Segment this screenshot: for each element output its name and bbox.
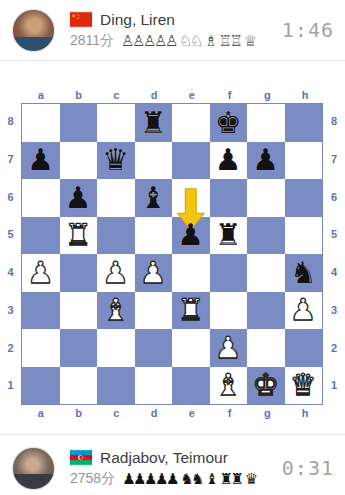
square-c8[interactable] [97,104,135,142]
white-pawn-c4[interactable]: ♟ [97,254,135,292]
square-h2[interactable] [285,329,323,367]
square-b7[interactable] [60,142,98,180]
black-pawn-b6[interactable]: ♟ [60,179,98,217]
square-c7[interactable]: ♛ [97,142,135,180]
rank-label-1: 1 [0,367,21,405]
square-e3[interactable]: ♜ [172,292,210,330]
white-pawn-a4[interactable]: ♟ [22,254,60,292]
square-g4[interactable] [247,254,285,292]
file-label-h: h [286,405,324,421]
square-e8[interactable] [172,104,210,142]
rank-label-1: 1 [323,367,345,405]
black-rook-f5[interactable]: ♜ [210,217,248,255]
white-queen-h1[interactable]: ♛ [285,367,323,405]
player-panel-bottom: Radjabov, Teimour 2758分 ♟♟♟♟♟ ♞♞ ♝ ♜♜ ♛ … [0,435,345,495]
square-b6[interactable]: ♟ [60,179,98,217]
black-bishop-d6[interactable]: ♝ [135,179,173,217]
rank-label-3: 3 [323,292,345,330]
player-info-top: Ding, Liren 2811分 ♙♙♙♙♙ ♘♘ ♗ ♖♖ ♕ [70,11,282,50]
square-b2[interactable] [60,329,98,367]
white-bishop-c3[interactable]: ♝ [97,292,135,330]
clock-top: 1:46 [282,18,334,42]
square-f5[interactable]: ♜ [210,217,248,255]
square-b8[interactable] [60,104,98,142]
square-f1[interactable]: ♝ [210,367,248,405]
square-d5[interactable] [135,217,173,255]
china-flag-icon [70,12,92,27]
square-f6[interactable] [210,179,248,217]
player-rating-top: 2811分 [70,32,114,50]
square-g8[interactable] [247,104,285,142]
square-h1[interactable]: ♛ [285,367,323,405]
azerbaijan-flag-icon [70,450,92,465]
square-e1[interactable] [172,367,210,405]
square-d1[interactable] [135,367,173,405]
square-f2[interactable]: ♟ [210,329,248,367]
player-info-bottom: Radjabov, Teimour 2758分 ♟♟♟♟♟ ♞♞ ♝ ♜♜ ♛ [70,449,282,488]
square-c3[interactable]: ♝ [97,292,135,330]
square-f8[interactable]: ♚ [210,104,248,142]
square-b1[interactable] [60,367,98,405]
black-queen-c7[interactable]: ♛ [97,142,135,180]
clock-bottom: 0:31 [282,456,334,480]
square-h4[interactable]: ♞ [285,254,323,292]
rank-label-3: 3 [0,292,21,330]
square-a5[interactable] [22,217,60,255]
square-c6[interactable] [97,179,135,217]
rank-label-2: 2 [0,330,21,368]
rank-label-4: 4 [323,254,345,292]
black-knight-h4[interactable]: ♞ [285,254,323,292]
file-label-d: d [135,87,173,103]
square-e6[interactable] [172,179,210,217]
square-e7[interactable] [172,142,210,180]
square-a1[interactable] [22,367,60,405]
black-pawn-e5[interactable]: ♟ [172,217,210,255]
square-g7[interactable]: ♟ [247,142,285,180]
square-h3[interactable]: ♟ [285,292,323,330]
file-label-f: f [211,87,249,103]
file-label-e: e [173,87,211,103]
square-a3[interactable] [22,292,60,330]
file-label-c: c [98,87,136,103]
file-label-g: g [249,87,287,103]
rank-label-5: 5 [0,216,21,254]
file-label-a: a [22,87,60,103]
square-d8[interactable]: ♜ [135,104,173,142]
white-king-g1[interactable]: ♚ [247,367,285,405]
avatar-top-player[interactable] [12,9,55,52]
player-rating-bottom: 2758分 [70,470,115,488]
square-b4[interactable] [60,254,98,292]
white-rook-e3[interactable]: ♜ [172,292,210,330]
file-label-f: f [211,405,249,421]
rank-label-4: 4 [0,254,21,292]
player-name-top: Ding, Liren [100,11,175,29]
rank-labels-left: 87654321 [0,103,21,405]
captured-pieces-bottom: ♟♟♟♟♟ ♞♞ ♝ ♜♜ ♛ [122,470,256,488]
square-h6[interactable] [285,179,323,217]
square-h7[interactable] [285,142,323,180]
square-b5[interactable]: ♜ [60,217,98,255]
black-pawn-f7[interactable]: ♟ [210,142,248,180]
square-h5[interactable] [285,217,323,255]
square-a4[interactable]: ♟ [22,254,60,292]
square-c2[interactable] [97,329,135,367]
square-g2[interactable] [247,329,285,367]
square-d7[interactable] [135,142,173,180]
board-area: abcdefgh 87654321 ♜♚♟♛♟♟♟♝♜♟♜♟♟♟♞♝♜♟♟♝♚♛… [0,61,345,421]
square-c5[interactable] [97,217,135,255]
captured-pieces-top: ♙♙♙♙♙ ♘♘ ♗ ♖♖ ♕ [121,32,255,50]
file-labels-top: abcdefgh [22,87,324,103]
square-c4[interactable]: ♟ [97,254,135,292]
square-e2[interactable] [172,329,210,367]
rank-label-8: 8 [0,103,21,141]
player-panel-top: Ding, Liren 2811分 ♙♙♙♙♙ ♘♘ ♗ ♖♖ ♕ 1:46 [0,0,345,60]
chessboard: ♜♚♟♛♟♟♟♝♜♟♜♟♟♟♞♝♜♟♟♝♚♛ [21,103,323,405]
file-labels-bottom: abcdefgh [22,405,324,421]
file-label-b: b [60,405,98,421]
white-pawn-h3[interactable]: ♟ [285,292,323,330]
rank-label-7: 7 [0,141,21,179]
file-label-d: d [135,405,173,421]
square-e4[interactable] [172,254,210,292]
avatar-bottom-player[interactable] [12,447,55,490]
square-e5[interactable]: ♟ [172,217,210,255]
square-d2[interactable] [135,329,173,367]
square-f3[interactable] [210,292,248,330]
square-g5[interactable] [247,217,285,255]
black-rook-d8[interactable]: ♜ [135,104,173,142]
square-g6[interactable] [247,179,285,217]
rank-label-2: 2 [323,330,345,368]
white-bishop-f1[interactable]: ♝ [210,367,248,405]
file-label-h: h [286,87,324,103]
square-a6[interactable] [22,179,60,217]
square-a8[interactable] [22,104,60,142]
black-pawn-a7[interactable]: ♟ [22,142,60,180]
white-rook-b5[interactable]: ♜ [60,217,98,255]
square-g1[interactable]: ♚ [247,367,285,405]
file-label-a: a [22,405,60,421]
black-pawn-g7[interactable]: ♟ [247,142,285,180]
rank-labels-right: 87654321 [323,103,345,405]
rank-label-5: 5 [323,216,345,254]
square-b3[interactable] [60,292,98,330]
file-label-g: g [249,405,287,421]
square-d6[interactable]: ♝ [135,179,173,217]
rank-label-8: 8 [323,103,345,141]
white-pawn-d4[interactable]: ♟ [135,254,173,292]
square-f4[interactable] [210,254,248,292]
rank-label-7: 7 [323,141,345,179]
file-label-b: b [60,87,98,103]
white-pawn-f2[interactable]: ♟ [210,329,248,367]
square-d3[interactable] [135,292,173,330]
square-d4[interactable]: ♟ [135,254,173,292]
square-h8[interactable] [285,104,323,142]
square-a2[interactable] [22,329,60,367]
square-g3[interactable] [247,292,285,330]
rank-label-6: 6 [0,179,21,217]
file-label-e: e [173,405,211,421]
rank-label-6: 6 [323,179,345,217]
player-name-bottom: Radjabov, Teimour [100,449,228,467]
square-c1[interactable] [97,367,135,405]
black-king-f8[interactable]: ♚ [210,104,248,142]
square-f7[interactable]: ♟ [210,142,248,180]
square-a7[interactable]: ♟ [22,142,60,180]
file-label-c: c [98,405,136,421]
